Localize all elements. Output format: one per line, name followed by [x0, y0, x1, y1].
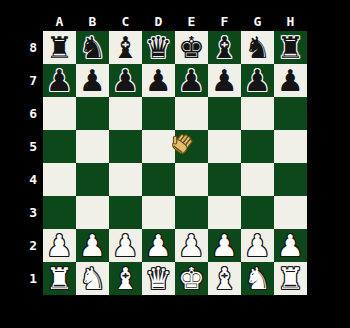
- square-b2[interactable]: ♟: [76, 229, 109, 262]
- piece-white-king[interactable]: ♚: [178, 262, 205, 295]
- square-d6[interactable]: [142, 97, 175, 130]
- rank-label-4: 4: [18, 163, 40, 196]
- square-d3[interactable]: [142, 196, 175, 229]
- square-b6[interactable]: [76, 97, 109, 130]
- square-b8[interactable]: ♞: [76, 31, 109, 64]
- chess-board: ♜♞♝♛♚♝♞♜♟♟♟♟♟♟♟♟♟♟♟♟♟♟♟♟♜♞♝♛♚♝♞♜: [43, 31, 307, 295]
- square-c6[interactable]: [109, 97, 142, 130]
- square-c1[interactable]: ♝: [109, 262, 142, 295]
- square-g5[interactable]: [241, 130, 274, 163]
- piece-black-pawn[interactable]: ♟: [211, 64, 238, 97]
- square-e7[interactable]: ♟: [175, 64, 208, 97]
- file-label-a: A: [43, 13, 76, 29]
- piece-black-knight[interactable]: ♞: [79, 31, 106, 64]
- square-a1[interactable]: ♜: [43, 262, 76, 295]
- rank-label-6: 6: [18, 97, 40, 130]
- rank-label-1: 1: [18, 262, 40, 295]
- game-screen: ABCDEFGH 87654321 ♜♞♝♛♚♝♞♜♟♟♟♟♟♟♟♟♟♟♟♟♟♟…: [0, 0, 350, 328]
- square-a8[interactable]: ♜: [43, 31, 76, 64]
- square-c2[interactable]: ♟: [109, 229, 142, 262]
- square-h6[interactable]: [274, 97, 307, 130]
- square-d2[interactable]: ♟: [142, 229, 175, 262]
- piece-white-knight[interactable]: ♞: [244, 262, 271, 295]
- file-label-e: E: [175, 13, 208, 29]
- hand-cursor-icon: [171, 132, 196, 157]
- square-f6[interactable]: [208, 97, 241, 130]
- piece-white-bishop[interactable]: ♝: [112, 262, 139, 295]
- square-e3[interactable]: [175, 196, 208, 229]
- piece-black-pawn[interactable]: ♟: [145, 64, 172, 97]
- square-d8[interactable]: ♛: [142, 31, 175, 64]
- square-g7[interactable]: ♟: [241, 64, 274, 97]
- piece-white-pawn[interactable]: ♟: [211, 229, 238, 262]
- square-g2[interactable]: ♟: [241, 229, 274, 262]
- square-f7[interactable]: ♟: [208, 64, 241, 97]
- piece-white-pawn[interactable]: ♟: [178, 229, 205, 262]
- piece-white-rook[interactable]: ♜: [277, 262, 304, 295]
- square-b7[interactable]: ♟: [76, 64, 109, 97]
- piece-black-pawn[interactable]: ♟: [112, 64, 139, 97]
- file-label-f: F: [208, 13, 241, 29]
- square-g3[interactable]: [241, 196, 274, 229]
- square-g8[interactable]: ♞: [241, 31, 274, 64]
- square-e4[interactable]: [175, 163, 208, 196]
- square-e1[interactable]: ♚: [175, 262, 208, 295]
- piece-black-rook[interactable]: ♜: [46, 31, 73, 64]
- piece-black-pawn[interactable]: ♟: [178, 64, 205, 97]
- square-d7[interactable]: ♟: [142, 64, 175, 97]
- square-g1[interactable]: ♞: [241, 262, 274, 295]
- square-h8[interactable]: ♜: [274, 31, 307, 64]
- square-d4[interactable]: [142, 163, 175, 196]
- piece-black-bishop[interactable]: ♝: [112, 31, 139, 64]
- piece-black-king[interactable]: ♚: [178, 31, 205, 64]
- piece-black-knight[interactable]: ♞: [244, 31, 271, 64]
- square-c7[interactable]: ♟: [109, 64, 142, 97]
- piece-white-pawn[interactable]: ♟: [112, 229, 139, 262]
- piece-white-rook[interactable]: ♜: [46, 262, 73, 295]
- rank-label-7: 7: [18, 64, 40, 97]
- piece-black-pawn[interactable]: ♟: [277, 64, 304, 97]
- square-c3[interactable]: [109, 196, 142, 229]
- square-b4[interactable]: [76, 163, 109, 196]
- square-f3[interactable]: [208, 196, 241, 229]
- square-c5[interactable]: [109, 130, 142, 163]
- square-h4[interactable]: [274, 163, 307, 196]
- file-label-b: B: [76, 13, 109, 29]
- square-g6[interactable]: [241, 97, 274, 130]
- square-f2[interactable]: ♟: [208, 229, 241, 262]
- rank-label-8: 8: [18, 31, 40, 64]
- square-g4[interactable]: [241, 163, 274, 196]
- piece-black-pawn[interactable]: ♟: [46, 64, 73, 97]
- square-a5[interactable]: [43, 130, 76, 163]
- square-a2[interactable]: ♟: [43, 229, 76, 262]
- square-f8[interactable]: ♝: [208, 31, 241, 64]
- piece-white-queen[interactable]: ♛: [145, 262, 172, 295]
- piece-black-rook[interactable]: ♜: [277, 31, 304, 64]
- file-labels: ABCDEFGH: [43, 13, 307, 29]
- square-e5[interactable]: [175, 130, 208, 163]
- piece-white-pawn[interactable]: ♟: [244, 229, 271, 262]
- square-a3[interactable]: [43, 196, 76, 229]
- square-c8[interactable]: ♝: [109, 31, 142, 64]
- rank-labels: 87654321: [18, 31, 40, 295]
- file-label-g: G: [241, 13, 274, 29]
- square-c4[interactable]: [109, 163, 142, 196]
- rank-label-5: 5: [18, 130, 40, 163]
- square-b3[interactable]: [76, 196, 109, 229]
- square-e2[interactable]: ♟: [175, 229, 208, 262]
- square-f4[interactable]: [208, 163, 241, 196]
- square-a7[interactable]: ♟: [43, 64, 76, 97]
- piece-white-pawn[interactable]: ♟: [277, 229, 304, 262]
- piece-black-bishop[interactable]: ♝: [211, 31, 238, 64]
- square-e8[interactable]: ♚: [175, 31, 208, 64]
- piece-black-queen[interactable]: ♛: [145, 31, 172, 64]
- piece-white-knight[interactable]: ♞: [79, 262, 106, 295]
- square-h2[interactable]: ♟: [274, 229, 307, 262]
- square-b5[interactable]: [76, 130, 109, 163]
- square-h3[interactable]: [274, 196, 307, 229]
- piece-white-pawn[interactable]: ♟: [145, 229, 172, 262]
- square-d1[interactable]: ♛: [142, 262, 175, 295]
- square-f1[interactable]: ♝: [208, 262, 241, 295]
- piece-black-pawn[interactable]: ♟: [79, 64, 106, 97]
- piece-white-pawn[interactable]: ♟: [79, 229, 106, 262]
- square-f5[interactable]: [208, 130, 241, 163]
- rank-label-3: 3: [18, 196, 40, 229]
- square-h1[interactable]: ♜: [274, 262, 307, 295]
- square-a6[interactable]: [43, 97, 76, 130]
- square-b1[interactable]: ♞: [76, 262, 109, 295]
- square-h5[interactable]: [274, 130, 307, 163]
- file-label-c: C: [109, 13, 142, 29]
- piece-black-pawn[interactable]: ♟: [244, 64, 271, 97]
- file-label-d: D: [142, 13, 175, 29]
- piece-white-bishop[interactable]: ♝: [211, 262, 238, 295]
- piece-white-pawn[interactable]: ♟: [46, 229, 73, 262]
- square-e6[interactable]: [175, 97, 208, 130]
- square-a4[interactable]: [43, 163, 76, 196]
- square-h7[interactable]: ♟: [274, 64, 307, 97]
- file-label-h: H: [274, 13, 307, 29]
- rank-label-2: 2: [18, 229, 40, 262]
